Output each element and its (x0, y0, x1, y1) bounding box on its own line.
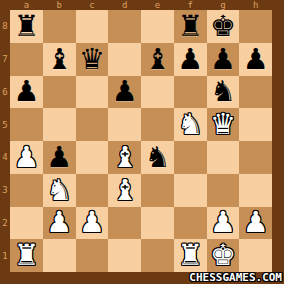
square-b5 (43, 108, 76, 141)
square-a1: ♜ (10, 239, 43, 272)
square-c6 (76, 76, 109, 109)
square-c8 (76, 10, 109, 43)
square-b1 (43, 239, 76, 272)
square-e4: ♞ (141, 141, 174, 174)
square-g7: ♟ (207, 43, 240, 76)
file-label-h: h (239, 0, 272, 10)
square-b3: ♞ (43, 174, 76, 207)
square-h3 (239, 174, 272, 207)
square-b8 (43, 10, 76, 43)
square-b6 (43, 76, 76, 109)
black-pawn-piece: ♟ (174, 43, 207, 76)
black-pawn-piece: ♟ (10, 76, 43, 109)
black-king-piece: ♚ (207, 10, 240, 43)
square-g1: ♚ (207, 239, 240, 272)
square-h8 (239, 10, 272, 43)
white-king-piece: ♚ (207, 239, 240, 272)
rank-label-2: 2 (0, 207, 10, 240)
square-f4 (174, 141, 207, 174)
square-f2 (174, 207, 207, 240)
black-pawn-piece: ♟ (239, 43, 272, 76)
square-e3 (141, 174, 174, 207)
square-d3: ♝ (108, 174, 141, 207)
black-pawn-piece: ♟ (207, 43, 240, 76)
white-rook-piece: ♜ (174, 239, 207, 272)
file-label-d: d (108, 0, 141, 10)
rank-label-3: 3 (0, 174, 10, 207)
square-e7: ♝ (141, 43, 174, 76)
black-queen-piece: ♛ (76, 43, 109, 76)
square-f1: ♜ (174, 239, 207, 272)
square-a8: ♜ (10, 10, 43, 43)
square-a2 (10, 207, 43, 240)
square-b7: ♝ (43, 43, 76, 76)
white-pawn-piece: ♟ (239, 207, 272, 240)
square-c1 (76, 239, 109, 272)
square-d1 (108, 239, 141, 272)
site-watermark: CHESSGAMES.COM (189, 272, 282, 284)
black-rook-piece: ♜ (174, 10, 207, 43)
square-g4 (207, 141, 240, 174)
square-f5: ♞ (174, 108, 207, 141)
rank-label-4: 4 (0, 141, 10, 174)
square-c2: ♟ (76, 207, 109, 240)
black-pawn-piece: ♟ (108, 76, 141, 109)
square-d6: ♟ (108, 76, 141, 109)
square-c3 (76, 174, 109, 207)
white-pawn-piece: ♟ (10, 141, 43, 174)
white-pawn-piece: ♟ (76, 207, 109, 240)
white-bishop-piece: ♝ (108, 174, 141, 207)
square-h4 (239, 141, 272, 174)
square-c7: ♛ (76, 43, 109, 76)
square-g5: ♛ (207, 108, 240, 141)
square-e8 (141, 10, 174, 43)
black-bishop-piece: ♝ (43, 43, 76, 76)
square-f8: ♜ (174, 10, 207, 43)
square-d7 (108, 43, 141, 76)
square-h1 (239, 239, 272, 272)
white-rook-piece: ♜ (10, 239, 43, 272)
square-e5 (141, 108, 174, 141)
square-d4: ♝ (108, 141, 141, 174)
square-h6 (239, 76, 272, 109)
rank-label-5: 5 (0, 108, 10, 141)
square-a3 (10, 174, 43, 207)
square-a4: ♟ (10, 141, 43, 174)
square-e6 (141, 76, 174, 109)
square-h2: ♟ (239, 207, 272, 240)
white-bishop-piece: ♝ (108, 141, 141, 174)
white-queen-piece: ♛ (207, 108, 240, 141)
black-knight-piece: ♞ (207, 76, 240, 109)
square-c4 (76, 141, 109, 174)
black-knight-piece: ♞ (141, 141, 174, 174)
square-g6: ♞ (207, 76, 240, 109)
rank-label-7: 7 (0, 43, 10, 76)
white-pawn-piece: ♟ (43, 207, 76, 240)
square-b2: ♟ (43, 207, 76, 240)
file-label-c: c (76, 0, 109, 10)
square-h5 (239, 108, 272, 141)
square-d8 (108, 10, 141, 43)
square-c5 (76, 108, 109, 141)
square-g8: ♚ (207, 10, 240, 43)
square-a6: ♟ (10, 76, 43, 109)
square-g2: ♟ (207, 207, 240, 240)
white-knight-piece: ♞ (174, 108, 207, 141)
board-frame: abcdefgh 87654321 ♜♜♚♝♛♝♟♟♟♟♟♞♞♛♟♟♝♞♞♝♟♟… (0, 0, 284, 284)
square-h7: ♟ (239, 43, 272, 76)
square-e2 (141, 207, 174, 240)
square-e1 (141, 239, 174, 272)
rank-label-1: 1 (0, 239, 10, 272)
rank-label-6: 6 (0, 76, 10, 109)
rank-labels: 87654321 (0, 10, 10, 272)
square-f3 (174, 174, 207, 207)
black-pawn-piece: ♟ (43, 141, 76, 174)
file-label-b: b (43, 0, 76, 10)
square-b4: ♟ (43, 141, 76, 174)
white-knight-piece: ♞ (43, 174, 76, 207)
square-d2 (108, 207, 141, 240)
chess-board: ♜♜♚♝♛♝♟♟♟♟♟♞♞♛♟♟♝♞♞♝♟♟♟♟♜♜♚ (10, 10, 272, 272)
black-bishop-piece: ♝ (141, 43, 174, 76)
square-a7 (10, 43, 43, 76)
black-rook-piece: ♜ (10, 10, 43, 43)
square-a5 (10, 108, 43, 141)
square-g3 (207, 174, 240, 207)
square-d5 (108, 108, 141, 141)
square-f7: ♟ (174, 43, 207, 76)
white-pawn-piece: ♟ (207, 207, 240, 240)
file-label-e: e (141, 0, 174, 10)
square-f6 (174, 76, 207, 109)
rank-label-8: 8 (0, 10, 10, 43)
